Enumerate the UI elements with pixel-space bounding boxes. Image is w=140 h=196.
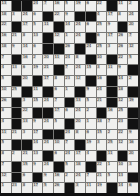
letter-cell-r4c6[interactable]: 12 <box>54 33 64 43</box>
letter-cell-r9c12[interactable]: 18 <box>118 87 128 97</box>
code-number: 22 <box>97 162 103 166</box>
letter-cell-r18c13[interactable]: 6 <box>128 183 138 193</box>
letter-cell-r2c13[interactable]: 24 <box>128 12 138 22</box>
code-number: 6 <box>65 108 68 112</box>
code-number: 25 <box>97 22 103 26</box>
code-number: 5 <box>1 76 4 80</box>
black-cell-r8c4 <box>33 76 43 86</box>
letter-cell-r13c9[interactable]: 6 <box>86 130 96 140</box>
code-number: 13 <box>118 173 124 177</box>
code-number: 22 <box>1 22 7 26</box>
letter-cell-r18c10[interactable]: 19 <box>97 183 107 193</box>
letter-cell-r6c6[interactable]: 11 <box>54 55 64 65</box>
letter-cell-r15c7[interactable]: 24 <box>65 151 75 161</box>
letter-cell-r10c10[interactable]: 21 <box>97 98 107 108</box>
letter-cell-r12c10[interactable]: 18 <box>97 119 107 129</box>
black-cell-r16c9 <box>86 162 96 172</box>
letter-cell-r13c10[interactable]: 15 <box>97 130 107 140</box>
code-number: 12 <box>54 33 60 37</box>
letter-cell-r5c3[interactable]: 14 <box>22 44 32 54</box>
black-cell-r17c13 <box>128 173 138 183</box>
code-number: 21 <box>12 130 18 134</box>
letter-cell-r12c6[interactable]: 5 <box>54 119 64 129</box>
letter-cell-r2c12[interactable]: 8 <box>118 12 128 22</box>
letter-cell-r17c11[interactable]: 5 <box>107 173 117 183</box>
letter-cell-r7c7[interactable]: 7 <box>65 65 75 75</box>
code-number: 6 <box>97 33 100 37</box>
black-cell-r2c5 <box>43 12 53 22</box>
letter-cell-r18c5[interactable]: 5 <box>43 183 53 193</box>
code-number: 12 <box>118 140 124 144</box>
letter-cell-r17c5[interactable]: 9 <box>43 173 53 183</box>
letter-cell-r13c3[interactable]: 3 <box>22 130 32 140</box>
black-cell-r11c4 <box>33 108 43 118</box>
code-number: 7 <box>65 65 68 69</box>
letter-cell-r9c10[interactable]: 24 <box>97 87 107 97</box>
code-number: 17 <box>22 22 28 26</box>
code-number: 14 <box>118 76 124 80</box>
letter-cell-r12c1[interactable]: 4 <box>1 119 11 129</box>
letter-cell-r8c10[interactable]: 16 <box>97 76 107 86</box>
letter-cell-r18c12[interactable]: 14 <box>118 183 128 193</box>
letter-cell-r13c2[interactable]: 21 <box>12 130 22 140</box>
letter-cell-r18c9[interactable]: 11 <box>86 183 96 193</box>
letter-cell-r6c3[interactable]: 16 <box>22 55 32 65</box>
letter-cell-r1c4[interactable]: 24 <box>33 1 43 11</box>
letter-cell-r8c12[interactable]: 14 <box>118 76 128 86</box>
code-number: 11 <box>1 130 7 134</box>
letter-cell-r11c7[interactable]: 6 <box>65 108 75 118</box>
letter-cell-r1c9[interactable]: 6 <box>86 1 96 11</box>
letter-cell-r11c8[interactable]: 24 <box>75 108 85 118</box>
letter-cell-r15c6[interactable]: 6 <box>54 151 64 161</box>
black-cell-r8c11 <box>107 76 117 86</box>
letter-cell-r14c7[interactable]: 7 <box>65 140 75 150</box>
letter-cell-r10c8[interactable]: 13 <box>75 98 85 108</box>
letter-cell-r17c3[interactable]: 6 <box>22 173 32 183</box>
letter-cell-r15c8[interactable]: 17 <box>75 151 85 161</box>
code-number: 16 <box>54 1 60 5</box>
code-number: 2 <box>86 108 89 112</box>
code-number: 19 <box>33 65 39 69</box>
letter-cell-r14c6[interactable]: 10 <box>54 140 64 150</box>
code-number: 8 <box>1 108 4 112</box>
code-number: 7 <box>1 55 4 59</box>
letter-cell-r17c9[interactable]: 7 <box>86 173 96 183</box>
code-number: 23 <box>65 76 71 80</box>
letter-cell-r9c6[interactable]: 6 <box>54 87 64 97</box>
code-number: 25 <box>107 140 113 144</box>
black-cell-r6c9 <box>86 55 96 65</box>
letter-cell-r1c6[interactable]: 16 <box>54 1 64 11</box>
code-number: 2 <box>65 173 68 177</box>
letter-cell-r18c6[interactable]: 26 <box>54 183 64 193</box>
black-cell-r9c3 <box>22 87 32 97</box>
code-number: 13 <box>33 33 39 37</box>
letter-cell-r3c8[interactable]: 24 <box>75 22 85 32</box>
code-number: 24 <box>75 33 81 37</box>
code-number: 24 <box>75 108 81 112</box>
letter-cell-r10c12[interactable]: 12 <box>118 98 128 108</box>
black-cell-r3c2 <box>12 22 22 32</box>
letter-cell-r4c4[interactable]: 13 <box>33 33 43 43</box>
letter-cell-r8c5[interactable]: 17 <box>43 76 53 86</box>
letter-cell-r5c12[interactable]: 26 <box>118 44 128 54</box>
letter-cell-r4c8[interactable]: 24 <box>75 33 85 43</box>
letter-cell-r9c2[interactable]: 25 <box>12 87 22 97</box>
letter-cell-r5c1[interactable]: 18 <box>1 44 11 54</box>
letter-cell-r12c4[interactable]: 9 <box>33 119 43 129</box>
code-number: 20 <box>75 119 81 123</box>
letter-cell-r17c12[interactable]: 13 <box>118 173 128 183</box>
code-number: 11 <box>43 22 49 26</box>
code-number: 6 <box>22 65 25 69</box>
letter-cell-r15c2[interactable]: 2 <box>12 151 22 161</box>
letter-cell-r15c9[interactable]: 4 <box>86 151 96 161</box>
letter-cell-r11c11[interactable]: 16 <box>107 108 117 118</box>
letter-cell-r11c12[interactable]: 25 <box>118 108 128 118</box>
black-cell-r17c2 <box>12 173 22 183</box>
letter-cell-r16c3[interactable]: 15 <box>22 162 32 172</box>
code-number: 12 <box>1 173 7 177</box>
letter-cell-r16c5[interactable]: 24 <box>43 162 53 172</box>
letter-cell-r18c3[interactable]: 8 <box>22 183 32 193</box>
black-cell-r15c12 <box>118 151 128 161</box>
black-cell-r9c11 <box>107 87 117 97</box>
letter-cell-r11c3[interactable]: 22 <box>22 108 32 118</box>
letter-cell-r10c5[interactable]: 24 <box>43 98 53 108</box>
code-number: 7 <box>65 140 68 144</box>
letter-cell-r4c13[interactable]: 7 <box>128 33 138 43</box>
code-number: 24 <box>75 22 81 26</box>
letter-cell-r7c12[interactable]: 9 <box>118 65 128 75</box>
black-cell-r12c2 <box>12 119 22 129</box>
black-cell-r9c8 <box>75 87 85 97</box>
letter-cell-r13c8[interactable]: 8 <box>75 130 85 140</box>
black-cell-r6c11 <box>107 55 117 65</box>
black-cell-r5c5 <box>43 44 53 54</box>
letter-cell-r16c13[interactable]: 3 <box>128 162 138 172</box>
code-number: 16 <box>97 76 103 80</box>
code-number: 14 <box>22 44 28 48</box>
letter-cell-r17c6[interactable]: 16 <box>54 173 64 183</box>
letter-cell-r13c11[interactable]: 2 <box>107 130 117 140</box>
letter-cell-r9c4[interactable]: 11 <box>33 87 43 97</box>
code-number: 8 <box>22 33 25 37</box>
letter-cell-r15c1[interactable]: 8 <box>1 151 11 161</box>
black-cell-r1c3 <box>22 1 32 11</box>
letter-cell-r7c5[interactable]: 21 <box>43 65 53 75</box>
black-cell-r8c2 <box>12 76 22 86</box>
code-number: 1 <box>65 87 68 91</box>
letter-cell-r17c7[interactable]: 2 <box>65 173 75 183</box>
letter-cell-r6c12[interactable]: 22 <box>118 55 128 65</box>
letter-cell-r8c8[interactable]: 12 <box>75 76 85 86</box>
letter-cell-r18c8[interactable]: 3 <box>75 183 85 193</box>
letter-cell-r2c7[interactable]: 9 <box>65 12 75 22</box>
letter-cell-r1c10[interactable]: 22 <box>97 1 107 11</box>
letter-cell-r15c13[interactable]: 20 <box>128 151 138 161</box>
letter-cell-r4c1[interactable]: 16 <box>1 33 11 43</box>
code-number: 3 <box>75 183 78 187</box>
letter-cell-r5c4[interactable]: 6 <box>33 44 43 54</box>
letter-cell-r8c6[interactable]: 8 <box>54 76 64 86</box>
letter-cell-r5c2[interactable]: 9 <box>12 44 22 54</box>
black-cell-r11c13 <box>128 108 138 118</box>
code-number: 20 <box>128 22 134 26</box>
letter-cell-r15c3[interactable]: 21 <box>22 151 32 161</box>
letter-cell-r12c8[interactable]: 20 <box>75 119 85 129</box>
code-number: 22 <box>54 12 60 16</box>
letter-cell-r10c9[interactable]: 5 <box>86 98 96 108</box>
letter-cell-r14c11[interactable]: 25 <box>107 140 117 150</box>
letter-cell-r3c9[interactable]: 6 <box>86 22 96 32</box>
code-number: 18 <box>118 87 124 91</box>
code-number: 3 <box>22 98 25 102</box>
letter-cell-r3c3[interactable]: 17 <box>22 22 32 32</box>
letter-cell-r10c13[interactable]: 19 <box>128 98 138 108</box>
letter-cell-r6c4[interactable]: 2 <box>33 55 43 65</box>
letter-cell-r2c10[interactable]: 4 <box>97 12 107 22</box>
letter-cell-r14c12[interactable]: 12 <box>118 140 128 150</box>
letter-cell-r11c6[interactable]: 17 <box>54 108 64 118</box>
letter-cell-r13c4[interactable]: 17 <box>33 130 43 140</box>
code-number: 12 <box>75 76 81 80</box>
black-cell-r9c5 <box>43 87 53 97</box>
code-number: 24 <box>22 12 28 16</box>
letter-cell-r3c4[interactable]: 5 <box>33 22 43 32</box>
letter-cell-r4c10[interactable]: 6 <box>97 33 107 43</box>
letter-cell-r6c10[interactable]: 10 <box>97 55 107 65</box>
letter-cell-r3c7[interactable]: 14 <box>65 22 75 32</box>
letter-cell-r4c11[interactable]: 17 <box>107 33 117 43</box>
black-cell-r8c9 <box>86 76 96 86</box>
black-cell-r14c3 <box>22 140 32 150</box>
letter-cell-r3c1[interactable]: 22 <box>1 22 11 32</box>
letter-cell-r14c4[interactable]: 14 <box>33 140 43 150</box>
letter-cell-r3c10[interactable]: 25 <box>97 22 107 32</box>
code-number: 5 <box>128 55 131 59</box>
letter-cell-r6c13[interactable]: 5 <box>128 55 138 65</box>
black-cell-r7c13 <box>128 65 138 75</box>
letter-cell-r3c11[interactable]: 9 <box>107 22 117 32</box>
code-number: 24 <box>65 130 71 134</box>
code-number: 17 <box>43 76 49 80</box>
codeword-puzzle: 1324716519622112183246229417824221751114… <box>0 0 140 196</box>
letter-cell-r14c9[interactable]: 19 <box>86 140 96 150</box>
letter-cell-r6c8[interactable]: 8 <box>75 55 85 65</box>
letter-cell-r3c13[interactable]: 20 <box>128 22 138 32</box>
letter-cell-r18c2[interactable]: 23 <box>12 183 22 193</box>
letter-cell-r1c13[interactable]: 2 <box>128 1 138 11</box>
letter-cell-r6c7[interactable]: 24 <box>65 55 75 65</box>
letter-cell-r14c1[interactable]: 5 <box>1 140 11 150</box>
letter-cell-r13c12[interactable]: 22 <box>118 130 128 140</box>
letter-cell-r1c7[interactable]: 5 <box>65 1 75 11</box>
letter-cell-r2c4[interactable]: 6 <box>33 12 43 22</box>
letter-cell-r12c3[interactable]: 13 <box>22 119 32 129</box>
code-number: 4 <box>1 119 4 123</box>
letter-cell-r1c5[interactable]: 7 <box>43 1 53 11</box>
letter-cell-r13c13[interactable]: 9 <box>128 130 138 140</box>
code-number: 24 <box>43 98 49 102</box>
letter-cell-r16c1[interactable]: 7 <box>1 162 11 172</box>
letter-cell-r13c1[interactable]: 11 <box>1 130 11 140</box>
black-cell-r17c4 <box>33 173 43 183</box>
code-number: 25 <box>97 44 103 48</box>
letter-cell-r7c2[interactable]: 13 <box>12 65 22 75</box>
code-number: 3 <box>97 140 100 144</box>
code-number: 17 <box>33 183 39 187</box>
letter-cell-r10c1[interactable]: 26 <box>1 98 11 108</box>
code-number: 9 <box>43 173 46 177</box>
code-number: 10 <box>118 162 124 166</box>
black-cell-r10c11 <box>107 98 117 108</box>
letter-cell-r16c8[interactable]: 18 <box>75 162 85 172</box>
letter-cell-r5c13[interactable]: 12 <box>128 44 138 54</box>
letter-cell-r17c1[interactable]: 12 <box>1 173 11 183</box>
code-number: 1 <box>65 33 68 37</box>
letter-cell-r2c2[interactable]: 3 <box>12 12 22 22</box>
letter-cell-r5c11[interactable]: 3 <box>107 44 117 54</box>
black-cell-r6c2 <box>12 55 22 65</box>
code-number: 17 <box>33 130 39 134</box>
code-number: 5 <box>107 173 110 177</box>
letter-cell-r12c9[interactable]: 1 <box>86 119 96 129</box>
letter-cell-r8c3[interactable]: 20 <box>22 76 32 86</box>
code-number: 8 <box>118 12 121 16</box>
letter-cell-r4c2[interactable]: 21 <box>12 33 22 43</box>
black-cell-r10c7 <box>65 98 75 108</box>
letter-cell-r11c9[interactable]: 2 <box>86 108 96 118</box>
letter-cell-r7c4[interactable]: 19 <box>33 65 43 75</box>
code-number: 6 <box>86 22 89 26</box>
letter-cell-r16c12[interactable]: 10 <box>118 162 128 172</box>
letter-cell-r16c4[interactable]: 9 <box>33 162 43 172</box>
code-number: 19 <box>97 183 103 187</box>
code-number: 19 <box>86 140 92 144</box>
letter-cell-r17c10[interactable]: 21 <box>97 173 107 183</box>
code-number: 18 <box>1 12 7 16</box>
letter-cell-r5c9[interactable]: 24 <box>86 44 96 54</box>
letter-cell-r6c1[interactable]: 7 <box>1 55 11 65</box>
letter-cell-r14c13[interactable]: 16 <box>128 140 138 150</box>
letter-cell-r17c8[interactable]: 24 <box>75 173 85 183</box>
black-cell-r15c5 <box>43 151 53 161</box>
code-number: 2 <box>33 55 36 59</box>
code-number: 2 <box>128 76 131 80</box>
code-number: 26 <box>1 98 7 102</box>
code-number: 11 <box>107 65 113 69</box>
code-number: 5 <box>65 162 68 166</box>
letter-cell-r13c7[interactable]: 24 <box>65 130 75 140</box>
letter-cell-r2c1[interactable]: 18 <box>1 12 11 22</box>
black-cell-r5c6 <box>54 44 64 54</box>
code-number: 13 <box>12 65 18 69</box>
code-number: 26 <box>54 183 60 187</box>
black-cell-r13c6 <box>54 130 64 140</box>
code-number: 9 <box>33 119 36 123</box>
letter-cell-r7c1[interactable]: 4 <box>1 65 11 75</box>
letter-cell-r10c3[interactable]: 3 <box>22 98 32 108</box>
letter-cell-r1c1[interactable]: 13 <box>1 1 11 11</box>
letter-cell-r16c10[interactable]: 22 <box>97 162 107 172</box>
code-number: 9 <box>107 22 110 26</box>
letter-cell-r6c5[interactable]: 20 <box>43 55 53 65</box>
letter-cell-r7c8[interactable]: 24 <box>75 65 85 75</box>
letter-cell-r5c10[interactable]: 25 <box>97 44 107 54</box>
letter-cell-r14c10[interactable]: 3 <box>97 140 107 150</box>
code-number: 14 <box>118 183 124 187</box>
letter-cell-r4c7[interactable]: 1 <box>65 33 75 43</box>
code-number: 5 <box>86 98 89 102</box>
letter-cell-r11c1[interactable]: 8 <box>1 108 11 118</box>
code-number: 11 <box>118 1 124 5</box>
letter-cell-r3c5[interactable]: 11 <box>43 22 53 32</box>
letter-cell-r7c9[interactable]: 15 <box>86 65 96 75</box>
letter-cell-r7c10[interactable]: 3 <box>97 65 107 75</box>
letter-cell-r16c11[interactable]: 1 <box>107 162 117 172</box>
code-number: 7 <box>86 173 89 177</box>
letter-cell-r4c12[interactable]: 26 <box>118 33 128 43</box>
letter-cell-r1c12[interactable]: 11 <box>118 1 128 11</box>
letter-cell-r2c11[interactable]: 17 <box>107 12 117 22</box>
letter-cell-r1c8[interactable]: 19 <box>75 1 85 11</box>
code-number: 8 <box>54 76 57 80</box>
letter-cell-r8c7[interactable]: 23 <box>65 76 75 86</box>
code-number: 25 <box>12 87 18 91</box>
letter-cell-r15c4[interactable]: 13 <box>33 151 43 161</box>
letter-cell-r7c11[interactable]: 11 <box>107 65 117 75</box>
code-number: 7 <box>43 1 46 5</box>
letter-cell-r18c1[interactable]: 1 <box>1 183 11 193</box>
letter-cell-r8c1[interactable]: 5 <box>1 76 11 86</box>
letter-cell-r9c7[interactable]: 1 <box>65 87 75 97</box>
letter-cell-r4c3[interactable]: 8 <box>22 33 32 43</box>
code-number: 6 <box>22 173 25 177</box>
letter-cell-r9c9[interactable]: 9 <box>86 87 96 97</box>
code-number: 17 <box>107 12 113 16</box>
letter-cell-r18c4[interactable]: 17 <box>33 183 43 193</box>
letter-cell-r12c11[interactable]: 7 <box>107 119 117 129</box>
code-number: 4 <box>97 12 100 16</box>
letter-cell-r5c7[interactable]: 26 <box>65 44 75 54</box>
letter-cell-r14c5[interactable]: 24 <box>43 140 53 150</box>
letter-cell-r10c6[interactable]: 7 <box>54 98 64 108</box>
code-number: 2 <box>107 130 110 134</box>
letter-cell-r2c6[interactable]: 22 <box>54 12 64 22</box>
code-number: 21 <box>97 173 103 177</box>
letter-cell-r12c12[interactable]: 23 <box>118 119 128 129</box>
code-number: 21 <box>12 33 18 37</box>
code-number: 21 <box>43 65 49 69</box>
letter-cell-r7c3[interactable]: 6 <box>22 65 32 75</box>
letter-cell-r15c11[interactable]: 11 <box>107 151 117 161</box>
letter-cell-r16c7[interactable]: 5 <box>65 162 75 172</box>
letter-cell-r10c4[interactable]: 15 <box>33 98 43 108</box>
code-number: 13 <box>75 98 81 102</box>
code-number: 9 <box>12 44 15 48</box>
code-number: 19 <box>128 98 134 102</box>
letter-cell-r8c13[interactable]: 2 <box>128 76 138 86</box>
letter-cell-r12c5[interactable]: 24 <box>43 119 53 129</box>
black-cell-r3c12 <box>118 22 128 32</box>
code-number: 7 <box>1 162 4 166</box>
letter-cell-r9c1[interactable]: 10 <box>1 87 11 97</box>
code-number: 23 <box>12 183 18 187</box>
black-cell-r14c8 <box>75 140 85 150</box>
letter-cell-r2c3[interactable]: 24 <box>22 12 32 22</box>
